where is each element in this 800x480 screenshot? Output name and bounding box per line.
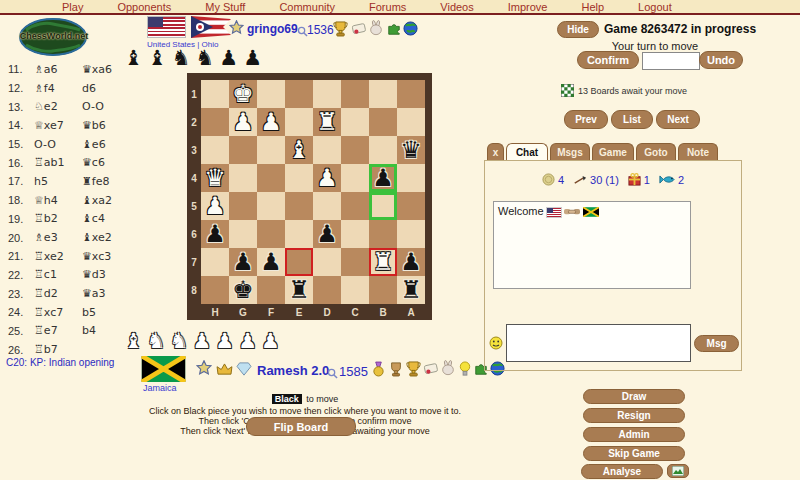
boards-await-text: 13 Boards await your move [578,86,687,96]
move-row: 15.O-O♝e6 [8,135,148,154]
white-king[interactable]: ♚ [232,80,254,108]
move-row: 22.♖c1♛d3 [8,266,148,285]
cup-icon[interactable] [406,360,421,377]
rabbit-icon[interactable] [440,360,456,376]
move-row: 16.♖ab1♛c6 [8,153,148,172]
to-move-badge: Black [272,394,302,404]
jamaica-flag [141,356,186,386]
square-e7[interactable] [285,248,313,276]
chat-stats: 4 30 (1) 1 2 [485,173,741,186]
square-a1[interactable] [397,80,425,108]
tab-close[interactable]: x [487,143,504,160]
star-icon[interactable] [196,360,212,376]
square-f1[interactable] [257,80,285,108]
handshake-icon [564,207,580,217]
file-labels: HGFEDCBA [201,304,425,320]
confirm-input[interactable] [642,52,700,70]
square-b5[interactable] [369,192,397,220]
square-h2[interactable] [201,108,229,136]
move-row: 19.♖b2♝c4 [8,210,148,229]
square-d1[interactable] [313,80,341,108]
image-icon [672,466,684,476]
move-row: 12.♗f4d6 [8,79,148,98]
magnifier-icon[interactable] [327,368,338,379]
black-rook[interactable]: ♜ [288,276,310,304]
diamond-icon[interactable] [236,362,252,376]
jamaica-mini-flag [583,207,599,217]
boards-await: 13 Boards await your move [561,84,687,97]
square-f7[interactable]: ♟ [257,248,285,276]
square-f3[interactable] [257,136,285,164]
list-button[interactable]: List [611,110,653,129]
black-rook[interactable]: ♜ [400,276,422,304]
coin-icon [542,173,555,186]
black-pawn[interactable]: ♟ [260,248,282,276]
square-h7[interactable] [201,248,229,276]
fish-icon [659,174,675,185]
rabbit-icon[interactable] [368,20,384,36]
nav-logout[interactable]: Logout [638,1,672,13]
move-row: 14.♕xe7♛b6 [8,116,148,135]
square-d7[interactable] [313,248,341,276]
black-pawn[interactable]: ♟ [400,248,422,276]
star-icon[interactable] [229,20,244,35]
white-pawn[interactable]: ♟ [204,192,226,220]
square-a4[interactable] [397,164,425,192]
dart-icon [573,175,587,185]
white-rook[interactable]: ♜ [372,248,394,276]
chessworld-logo[interactable]: ChessWorld.net [4,18,104,58]
square-c8[interactable] [341,276,369,304]
nav-help[interactable]: Help [581,1,604,13]
square-c4[interactable] [341,164,369,192]
next-button[interactable]: Next [656,110,700,129]
stat-gifts[interactable]: 1 [628,173,650,186]
move-row: 23.♖d2♛a3 [8,284,148,303]
analyse-button[interactable]: Analyse [581,464,663,479]
square-c1[interactable] [341,80,369,108]
rank-labels: 12345678 [187,80,201,304]
globe-icon[interactable] [403,21,418,36]
square-h5[interactable]: ♟ [201,192,229,220]
puzzle-icon[interactable] [387,22,401,36]
square-a7[interactable]: ♟ [397,248,425,276]
square-g3[interactable] [229,136,257,164]
stat-darts[interactable]: 30 (1) [573,174,619,186]
square-g5[interactable] [229,192,257,220]
white-bishop[interactable]: ♝ [288,136,310,164]
gift-icon [628,173,641,186]
square-h8[interactable] [201,276,229,304]
square-f6[interactable] [257,220,285,248]
resign-button[interactable]: Resign [583,408,685,423]
white-rook[interactable]: ♜ [316,108,338,136]
draw-button[interactable]: Draw [583,389,685,404]
square-e1[interactable] [285,80,313,108]
square-b3[interactable] [369,136,397,164]
instruction-line-1: Click on Black piece you wish to move th… [140,406,470,416]
undo-button[interactable]: Undo [699,51,743,69]
black-pawn[interactable]: ♟ [232,248,254,276]
square-c7[interactable] [341,248,369,276]
black-queen[interactable]: ♛ [400,136,422,164]
tab-chat[interactable]: Chat [506,143,548,160]
nav-improve[interactable]: Improve [508,1,548,13]
tab-note[interactable]: Note [678,143,718,160]
tab-msgs[interactable]: Msgs [550,143,590,160]
square-g6[interactable] [229,220,257,248]
stat-coins[interactable]: 4 [542,173,564,186]
square-f4[interactable] [257,164,285,192]
logo-text: ChessWorld.net [4,31,104,41]
square-a2[interactable] [397,108,425,136]
message-input[interactable] [506,324,691,362]
nav-community[interactable]: Community [279,1,335,13]
mini-board-icon [561,84,574,97]
nav-forums[interactable]: Forums [369,1,406,13]
square-c5[interactable] [341,192,369,220]
white-pawn[interactable]: ♟ [232,108,254,136]
flip-board-button[interactable]: Flip Board [246,417,356,436]
black-player-name[interactable]: Ramesh 2.0 [257,363,329,378]
msg-button[interactable]: Msg [694,335,739,352]
square-g2[interactable]: ♟ [229,108,257,136]
stat-fish[interactable]: 2 [659,174,684,186]
move-list: 11.♗a6♛xa612.♗f4d613.♘e2O-O14.♕xe7♛b615.… [8,60,148,359]
admin-button[interactable]: Admin [583,427,685,442]
move-row: 18.♕h4♝xa2 [8,191,148,210]
tab-game[interactable]: Game [592,143,634,160]
skip-game-button[interactable]: Skip Game [583,446,685,461]
square-d5[interactable] [313,192,341,220]
nav-opponents[interactable]: Opponents [117,1,171,13]
square-b6[interactable] [369,220,397,248]
us-flag [148,17,185,37]
square-d4[interactable]: ♟ [313,164,341,192]
nav-videos[interactable]: Videos [440,1,473,13]
diploma-icon[interactable] [351,22,367,36]
square-f5[interactable] [257,192,285,220]
square-a3[interactable]: ♛ [397,136,425,164]
black-pawn[interactable]: ♟ [316,220,338,248]
trophy-icon[interactable] [333,20,348,37]
move-row: 24.♖xc7b5 [8,303,148,322]
square-d6[interactable]: ♟ [313,220,341,248]
square-h3[interactable] [201,136,229,164]
square-e8[interactable]: ♜ [285,276,313,304]
square-e6[interactable] [285,220,313,248]
game-title: Game 8263472 in progress [604,22,756,36]
square-b7[interactable]: ♜ [369,248,397,276]
board-grid: ♚♟♟♜♝♛♛♟♟♟♟♟♟♟♜♟♚♜♜ [201,80,425,304]
square-a5[interactable] [397,192,425,220]
square-e5[interactable] [285,192,313,220]
square-d3[interactable] [313,136,341,164]
chat-message-box[interactable]: Welcome [493,201,691,289]
lightbulb-icon[interactable] [459,361,471,377]
white-player-name[interactable]: gringo69 [247,22,298,36]
square-c2[interactable] [341,108,369,136]
white-pawn[interactable]: ♟ [316,164,338,192]
square-a6[interactable] [397,220,425,248]
square-f2[interactable]: ♟ [257,108,285,136]
square-e2[interactable] [285,108,313,136]
square-c3[interactable] [341,136,369,164]
tab-goto[interactable]: Goto [636,143,676,160]
ohio-flag [191,16,231,42]
square-e4[interactable] [285,164,313,192]
black-player-rating: 1585 [339,364,368,379]
white-queen[interactable]: ♛ [204,164,226,192]
move-row: 11.♗a6♛xa6 [8,60,148,79]
square-d2[interactable]: ♜ [313,108,341,136]
medal-icon[interactable] [372,361,385,378]
opening-name[interactable]: C20: KP: Indian opening [6,357,114,368]
captured-white-pieces: ♝♞♞♟♟♟♟ [124,329,284,353]
square-e3[interactable]: ♝ [285,136,313,164]
white-pawn[interactable]: ♟ [260,108,282,136]
move-row: 17.h5♜fe8 [8,172,148,191]
square-b1[interactable] [369,80,397,108]
square-g1[interactable]: ♚ [229,80,257,108]
confirm-button[interactable]: Confirm [577,51,639,69]
white-player-rating: 1536 [307,23,334,37]
smiley-icon[interactable] [489,336,503,350]
chess-board: 12345678 HGFEDCBA ♚♟♟♜♝♛♛♟♟♟♟♟♟♟♜♟♚♜♜ [187,73,432,320]
square-b8[interactable] [369,276,397,304]
square-h4[interactable]: ♛ [201,164,229,192]
move-row: 21.♖xe2♛xc3 [8,247,148,266]
chat-panel: 4 30 (1) 1 2 Welcome [484,160,742,371]
diploma-icon[interactable] [423,362,439,376]
square-h6[interactable]: ♟ [201,220,229,248]
square-g4[interactable] [229,164,257,192]
square-a8[interactable]: ♜ [397,276,425,304]
to-move-line: Black to move [140,388,470,406]
black-king[interactable]: ♚ [232,276,254,304]
square-g7[interactable]: ♟ [229,248,257,276]
message-row: Msg [489,324,739,362]
small-trophy-icon[interactable] [389,361,403,377]
prev-button[interactable]: Prev [564,110,608,129]
move-row: 13.♘e2O-O [8,97,148,116]
black-pawn[interactable]: ♟ [372,164,394,192]
square-f8[interactable] [257,276,285,304]
top-navbar: Play Opponents My Stuff Community Forums… [0,0,800,15]
black-pawn[interactable]: ♟ [204,220,226,248]
nav-my-stuff[interactable]: My Stuff [205,1,245,13]
crown-icon[interactable] [216,363,233,376]
square-d8[interactable] [313,276,341,304]
chessworld-page: Play Opponents My Stuff Community Forums… [0,0,800,480]
nav-play[interactable]: Play [62,1,83,13]
usa-mini-flag [547,208,561,217]
square-g8[interactable]: ♚ [229,276,257,304]
move-row: 20.♗e3♝xe2 [8,228,148,247]
square-b2[interactable] [369,108,397,136]
hide-button[interactable]: Hide [557,21,599,38]
square-h1[interactable] [201,80,229,108]
welcome-text: Welcome [498,205,544,217]
analyse-board-icon-button[interactable] [667,464,689,478]
square-c6[interactable] [341,220,369,248]
square-b4[interactable]: ♟ [369,164,397,192]
